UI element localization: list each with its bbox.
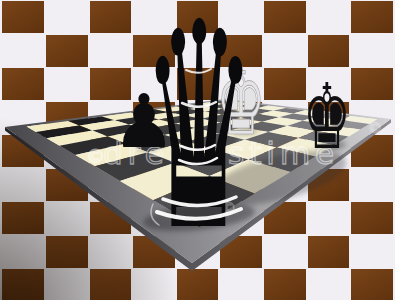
chess-illustration: © dreamstime © © ♟♚♚♛ [0, 0, 395, 300]
piece-black-queen: ♛ [142, 0, 257, 293]
pieces: ♟♚♚♛ [112, 0, 351, 293]
pieces-and-watermark-layer: © dreamstime © © ♟♚♚♛ [0, 0, 395, 300]
piece-black-king: ♚ [303, 64, 351, 170]
copyright-icon: © [368, 120, 382, 136]
